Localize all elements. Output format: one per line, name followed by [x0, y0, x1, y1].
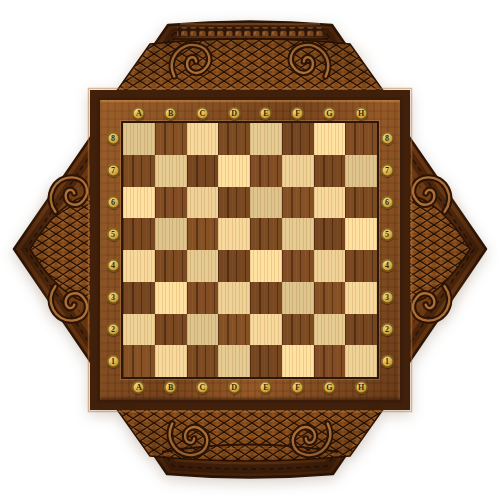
- square-h3[interactable]: [345, 282, 377, 314]
- file-label-bottom-g: G: [323, 381, 336, 394]
- square-h8[interactable]: [345, 123, 377, 155]
- rank-label-right-4: 4: [381, 259, 394, 272]
- rank-label-left-4: 4: [107, 259, 120, 272]
- square-b5[interactable]: [155, 218, 187, 250]
- square-c5[interactable]: [187, 218, 219, 250]
- rank-label-right-2: 2: [381, 323, 394, 336]
- square-e6[interactable]: [250, 187, 282, 219]
- rank-label-right-6: 6: [381, 196, 394, 209]
- square-f7[interactable]: [282, 155, 314, 187]
- square-a6[interactable]: [123, 187, 155, 219]
- square-e3[interactable]: [250, 282, 282, 314]
- file-label-top-c: C: [196, 107, 209, 120]
- rank-label-left-7: 7: [107, 164, 120, 177]
- file-label-top-e: E: [259, 107, 272, 120]
- file-label-bottom-d: D: [228, 381, 241, 394]
- square-f2[interactable]: [282, 314, 314, 346]
- square-d5[interactable]: [218, 218, 250, 250]
- square-g7[interactable]: [314, 155, 346, 187]
- square-a1[interactable]: [123, 345, 155, 377]
- rank-label-left-1: 1: [107, 355, 120, 368]
- square-f4[interactable]: [282, 250, 314, 282]
- square-d2[interactable]: [218, 314, 250, 346]
- file-label-bottom-b: B: [164, 381, 177, 394]
- square-f6[interactable]: [282, 187, 314, 219]
- square-c4[interactable]: [187, 250, 219, 282]
- square-b8[interactable]: [155, 123, 187, 155]
- square-b2[interactable]: [155, 314, 187, 346]
- file-label-top-d: D: [228, 107, 241, 120]
- square-a5[interactable]: [123, 218, 155, 250]
- square-e2[interactable]: [250, 314, 282, 346]
- rank-label-left-5: 5: [107, 228, 120, 241]
- rank-label-left-3: 3: [107, 291, 120, 304]
- square-c2[interactable]: [187, 314, 219, 346]
- square-d3[interactable]: [218, 282, 250, 314]
- square-e1[interactable]: [250, 345, 282, 377]
- square-f5[interactable]: [282, 218, 314, 250]
- square-c3[interactable]: [187, 282, 219, 314]
- square-b7[interactable]: [155, 155, 187, 187]
- square-a7[interactable]: [123, 155, 155, 187]
- square-b4[interactable]: [155, 250, 187, 282]
- square-e8[interactable]: [250, 123, 282, 155]
- rank-label-left-6: 6: [107, 196, 120, 209]
- square-a3[interactable]: [123, 282, 155, 314]
- square-e7[interactable]: [250, 155, 282, 187]
- square-g2[interactable]: [314, 314, 346, 346]
- file-label-top-f: F: [291, 107, 304, 120]
- file-label-top-h: H: [355, 107, 368, 120]
- file-label-top-g: G: [323, 107, 336, 120]
- square-g1[interactable]: [314, 345, 346, 377]
- square-f1[interactable]: [282, 345, 314, 377]
- file-label-bottom-a: A: [132, 381, 145, 394]
- square-b6[interactable]: [155, 187, 187, 219]
- rank-label-left-8: 8: [107, 132, 120, 145]
- file-label-bottom-f: F: [291, 381, 304, 394]
- file-label-bottom-e: E: [259, 381, 272, 394]
- squares-grid: [121, 121, 379, 379]
- rank-label-right-5: 5: [381, 228, 394, 241]
- square-e5[interactable]: [250, 218, 282, 250]
- square-a2[interactable]: [123, 314, 155, 346]
- square-g3[interactable]: [314, 282, 346, 314]
- chess-board: ABCDEFGHABCDEFGH8765432187654321: [97, 97, 403, 403]
- file-label-top-a: A: [132, 107, 145, 120]
- square-d6[interactable]: [218, 187, 250, 219]
- square-c8[interactable]: [187, 123, 219, 155]
- square-f8[interactable]: [282, 123, 314, 155]
- square-g6[interactable]: [314, 187, 346, 219]
- square-b1[interactable]: [155, 345, 187, 377]
- square-d7[interactable]: [218, 155, 250, 187]
- square-g4[interactable]: [314, 250, 346, 282]
- square-h5[interactable]: [345, 218, 377, 250]
- square-d8[interactable]: [218, 123, 250, 155]
- square-h4[interactable]: [345, 250, 377, 282]
- carved-chessboard-photo: ABCDEFGHABCDEFGH8765432187654321: [0, 0, 500, 500]
- square-h7[interactable]: [345, 155, 377, 187]
- square-d4[interactable]: [218, 250, 250, 282]
- square-a4[interactable]: [123, 250, 155, 282]
- file-label-bottom-h: H: [355, 381, 368, 394]
- square-e4[interactable]: [250, 250, 282, 282]
- rank-label-right-7: 7: [381, 164, 394, 177]
- rank-label-left-2: 2: [107, 323, 120, 336]
- square-d1[interactable]: [218, 345, 250, 377]
- square-c1[interactable]: [187, 345, 219, 377]
- rank-label-right-1: 1: [381, 355, 394, 368]
- rank-label-right-8: 8: [381, 132, 394, 145]
- square-h1[interactable]: [345, 345, 377, 377]
- file-label-top-b: B: [164, 107, 177, 120]
- square-h6[interactable]: [345, 187, 377, 219]
- square-h2[interactable]: [345, 314, 377, 346]
- square-c7[interactable]: [187, 155, 219, 187]
- file-label-bottom-c: C: [196, 381, 209, 394]
- square-c6[interactable]: [187, 187, 219, 219]
- square-a8[interactable]: [123, 123, 155, 155]
- square-g5[interactable]: [314, 218, 346, 250]
- square-g8[interactable]: [314, 123, 346, 155]
- square-b3[interactable]: [155, 282, 187, 314]
- square-f3[interactable]: [282, 282, 314, 314]
- rank-label-right-3: 3: [381, 291, 394, 304]
